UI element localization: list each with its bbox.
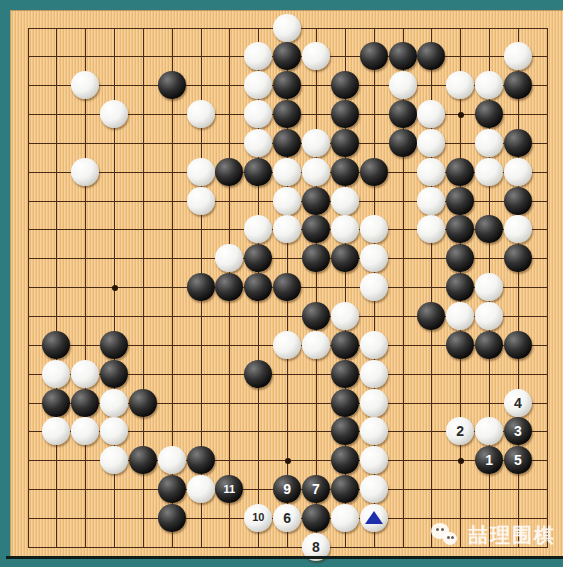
move-number-label: 3 xyxy=(514,424,522,438)
black-stone[interactable] xyxy=(504,129,532,157)
black-stone[interactable] xyxy=(446,331,474,359)
black-stone[interactable] xyxy=(504,71,532,99)
white-stone[interactable] xyxy=(100,446,128,474)
black-stone[interactable] xyxy=(446,187,474,215)
black-stone[interactable] xyxy=(475,331,503,359)
white-stone[interactable] xyxy=(244,100,272,128)
white-stone[interactable] xyxy=(187,187,215,215)
white-stone[interactable] xyxy=(360,215,388,243)
black-stone[interactable] xyxy=(273,100,301,128)
black-stone[interactable] xyxy=(187,446,215,474)
watermark: 喆理围棋 xyxy=(430,521,556,549)
grid-line-vertical xyxy=(547,28,548,548)
black-stone[interactable] xyxy=(215,158,243,186)
white-stone[interactable]: 10 xyxy=(244,504,272,532)
white-stone[interactable] xyxy=(417,158,445,186)
move-number-label: 11 xyxy=(224,484,236,495)
go-board[interactable]: 4231511971068 xyxy=(10,10,563,556)
star-point xyxy=(458,458,464,464)
white-stone[interactable]: 2 xyxy=(446,417,474,445)
white-stone[interactable] xyxy=(331,504,359,532)
star-point xyxy=(458,112,464,118)
white-stone[interactable] xyxy=(331,187,359,215)
black-stone[interactable] xyxy=(360,158,388,186)
black-stone[interactable] xyxy=(331,417,359,445)
move-number-label: 1 xyxy=(485,453,493,467)
frame-edge-line xyxy=(6,556,563,559)
white-stone[interactable] xyxy=(71,71,99,99)
white-stone[interactable] xyxy=(360,475,388,503)
black-stone[interactable] xyxy=(446,244,474,272)
black-stone[interactable] xyxy=(475,215,503,243)
white-stone[interactable] xyxy=(244,42,272,70)
white-stone[interactable] xyxy=(244,71,272,99)
black-stone[interactable] xyxy=(158,71,186,99)
black-stone[interactable] xyxy=(389,100,417,128)
white-stone[interactable] xyxy=(273,158,301,186)
white-stone[interactable] xyxy=(417,187,445,215)
black-stone[interactable] xyxy=(389,42,417,70)
white-stone[interactable] xyxy=(504,42,532,70)
black-stone[interactable]: 7 xyxy=(302,475,330,503)
white-stone[interactable] xyxy=(273,331,301,359)
black-stone[interactable] xyxy=(331,100,359,128)
black-stone[interactable] xyxy=(158,504,186,532)
black-stone[interactable] xyxy=(215,273,243,301)
star-point xyxy=(285,458,291,464)
white-stone[interactable]: 6 xyxy=(273,504,301,532)
black-stone[interactable] xyxy=(417,302,445,330)
black-stone[interactable] xyxy=(331,244,359,272)
black-stone[interactable] xyxy=(360,42,388,70)
black-stone[interactable] xyxy=(331,389,359,417)
black-stone[interactable] xyxy=(158,475,186,503)
black-stone[interactable] xyxy=(273,129,301,157)
white-stone[interactable] xyxy=(273,215,301,243)
black-stone[interactable] xyxy=(504,187,532,215)
white-stone[interactable] xyxy=(302,158,330,186)
move-number-label: 8 xyxy=(312,540,320,554)
white-stone[interactable] xyxy=(302,129,330,157)
white-stone[interactable] xyxy=(100,417,128,445)
board-frame: 4231511971068 喆理围棋 xyxy=(0,0,563,567)
black-stone[interactable] xyxy=(100,331,128,359)
white-stone[interactable] xyxy=(417,215,445,243)
black-stone[interactable]: 3 xyxy=(504,417,532,445)
black-stone[interactable] xyxy=(129,446,157,474)
move-number-label: 4 xyxy=(514,396,522,410)
black-stone[interactable] xyxy=(331,71,359,99)
move-number-label: 6 xyxy=(283,511,291,525)
black-stone[interactable]: 11 xyxy=(215,475,243,503)
white-stone[interactable] xyxy=(475,302,503,330)
white-stone[interactable] xyxy=(446,302,474,330)
white-stone[interactable] xyxy=(273,14,301,42)
black-stone[interactable] xyxy=(475,100,503,128)
star-point xyxy=(112,285,118,291)
watermark-text: 喆理围棋 xyxy=(468,522,556,549)
black-stone[interactable] xyxy=(446,273,474,301)
black-stone[interactable] xyxy=(504,331,532,359)
black-stone[interactable] xyxy=(42,389,70,417)
white-stone[interactable] xyxy=(331,302,359,330)
move-number-label: 2 xyxy=(456,424,464,438)
black-stone[interactable] xyxy=(302,215,330,243)
white-stone[interactable] xyxy=(475,273,503,301)
triangle-marker xyxy=(365,511,383,524)
white-stone[interactable] xyxy=(71,417,99,445)
white-stone[interactable] xyxy=(475,158,503,186)
black-stone[interactable] xyxy=(273,71,301,99)
black-stone[interactable] xyxy=(187,273,215,301)
white-stone[interactable] xyxy=(100,100,128,128)
white-stone[interactable] xyxy=(187,475,215,503)
white-stone[interactable] xyxy=(244,129,272,157)
white-stone[interactable] xyxy=(360,389,388,417)
white-stone[interactable] xyxy=(475,129,503,157)
black-stone[interactable] xyxy=(331,360,359,388)
white-stone[interactable] xyxy=(360,446,388,474)
white-stone[interactable] xyxy=(158,446,186,474)
white-stone[interactable] xyxy=(273,187,301,215)
black-stone[interactable] xyxy=(273,42,301,70)
grid-line-vertical xyxy=(316,28,317,548)
move-number-label: 10 xyxy=(252,512,264,523)
black-stone[interactable] xyxy=(331,158,359,186)
white-stone[interactable] xyxy=(446,71,474,99)
white-stone[interactable] xyxy=(42,417,70,445)
white-stone[interactable] xyxy=(360,417,388,445)
black-stone[interactable] xyxy=(244,158,272,186)
black-stone[interactable] xyxy=(42,331,70,359)
move-number-label: 9 xyxy=(283,482,291,496)
white-stone[interactable] xyxy=(360,244,388,272)
move-number-label: 5 xyxy=(514,453,522,467)
white-stone[interactable] xyxy=(302,331,330,359)
white-stone[interactable] xyxy=(244,215,272,243)
black-stone[interactable]: 9 xyxy=(273,475,301,503)
wechat-icon xyxy=(430,522,462,549)
black-stone[interactable] xyxy=(302,504,330,532)
white-stone[interactable]: 4 xyxy=(504,389,532,417)
white-stone[interactable] xyxy=(215,244,243,272)
black-stone[interactable] xyxy=(244,360,272,388)
black-stone[interactable] xyxy=(244,244,272,272)
black-stone[interactable] xyxy=(302,302,330,330)
black-stone[interactable] xyxy=(71,389,99,417)
white-stone[interactable] xyxy=(71,158,99,186)
black-stone[interactable] xyxy=(331,129,359,157)
white-stone[interactable] xyxy=(417,100,445,128)
black-stone[interactable]: 5 xyxy=(504,446,532,474)
white-stone[interactable] xyxy=(42,360,70,388)
white-stone[interactable] xyxy=(389,71,417,99)
black-stone[interactable] xyxy=(100,360,128,388)
black-stone[interactable] xyxy=(446,158,474,186)
move-number-label: 7 xyxy=(312,482,320,496)
white-stone[interactable] xyxy=(360,331,388,359)
white-stone[interactable] xyxy=(504,158,532,186)
black-stone[interactable] xyxy=(129,389,157,417)
black-stone[interactable] xyxy=(273,273,301,301)
white-stone[interactable] xyxy=(504,215,532,243)
white-stone[interactable] xyxy=(331,215,359,243)
white-stone[interactable] xyxy=(360,360,388,388)
black-stone[interactable] xyxy=(331,475,359,503)
black-stone[interactable] xyxy=(331,331,359,359)
white-stone[interactable] xyxy=(475,71,503,99)
white-stone[interactable] xyxy=(71,360,99,388)
white-stone[interactable] xyxy=(187,158,215,186)
white-stone[interactable] xyxy=(417,129,445,157)
black-stone[interactable] xyxy=(446,215,474,243)
black-stone[interactable] xyxy=(302,187,330,215)
black-stone[interactable]: 1 xyxy=(475,446,503,474)
black-stone[interactable] xyxy=(331,446,359,474)
black-stone[interactable] xyxy=(244,273,272,301)
black-stone[interactable] xyxy=(504,244,532,272)
white-stone[interactable] xyxy=(302,42,330,70)
black-stone[interactable] xyxy=(302,244,330,272)
white-stone[interactable] xyxy=(475,417,503,445)
white-stone[interactable] xyxy=(187,100,215,128)
white-stone[interactable] xyxy=(100,389,128,417)
black-stone[interactable] xyxy=(417,42,445,70)
white-stone[interactable] xyxy=(360,273,388,301)
black-stone[interactable] xyxy=(389,129,417,157)
